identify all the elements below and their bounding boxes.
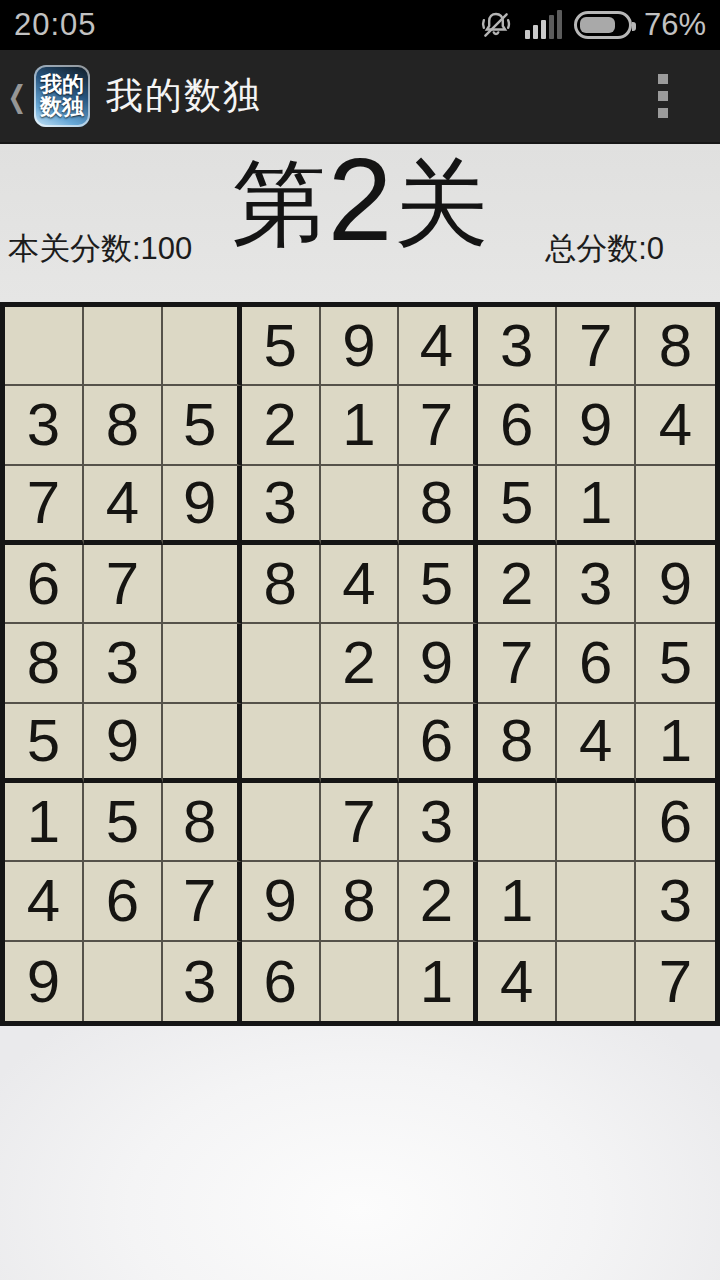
cell-r5c8[interactable]: 6 (557, 624, 636, 703)
app-screen: 20:05 76% ❮ 我的 (0, 0, 720, 1280)
cell-r3c4[interactable]: 3 (242, 466, 321, 545)
cell-r2c3[interactable]: 5 (163, 386, 242, 465)
cell-r7c3[interactable]: 8 (163, 783, 242, 862)
signal-strength-icon (525, 9, 562, 41)
level-number: 2 (328, 142, 393, 258)
cell-r3c5[interactable] (321, 466, 400, 545)
level-title-suffix: 关 (394, 157, 488, 251)
cell-r2c4[interactable]: 2 (242, 386, 321, 465)
cell-r1c3[interactable] (163, 307, 242, 386)
cell-r4c1[interactable]: 6 (5, 545, 84, 624)
status-bar: 20:05 76% (0, 0, 720, 50)
cell-r5c6[interactable]: 9 (399, 624, 478, 703)
cell-r2c7[interactable]: 6 (478, 386, 557, 465)
app-logo-text-bottom: 数独 (40, 96, 84, 118)
cell-r2c5[interactable]: 1 (321, 386, 400, 465)
app-title: 我的数独 (106, 71, 262, 121)
cell-r8c9[interactable]: 3 (636, 862, 715, 941)
cell-r6c9[interactable]: 1 (636, 704, 715, 783)
sudoku-board: 5943783852176947493851678452398329765596… (0, 302, 720, 1026)
cell-r7c4[interactable] (242, 783, 321, 862)
cell-r7c5[interactable]: 7 (321, 783, 400, 862)
app-logo-icon: 我的 数独 (34, 65, 90, 127)
cell-r4c3[interactable] (163, 545, 242, 624)
level-title: 第 2 关 (232, 144, 489, 264)
overflow-dot (658, 108, 668, 118)
cell-r1c6[interactable]: 4 (399, 307, 478, 386)
cell-r9c6[interactable]: 1 (399, 942, 478, 1021)
cell-r9c1[interactable]: 9 (5, 942, 84, 1021)
cell-r8c2[interactable]: 6 (84, 862, 163, 941)
overflow-dot (658, 74, 668, 84)
cell-r1c9[interactable]: 8 (636, 307, 715, 386)
cell-r2c1[interactable]: 3 (5, 386, 84, 465)
overflow-dot (658, 91, 668, 101)
cell-r4c6[interactable]: 5 (399, 545, 478, 624)
cell-r8c6[interactable]: 2 (399, 862, 478, 941)
cell-r2c9[interactable]: 4 (636, 386, 715, 465)
cell-r6c2[interactable]: 9 (84, 704, 163, 783)
cell-r3c1[interactable]: 7 (5, 466, 84, 545)
clock-text: 20:05 (14, 7, 97, 43)
cell-r3c7[interactable]: 5 (478, 466, 557, 545)
cell-r7c8[interactable] (557, 783, 636, 862)
cell-r1c4[interactable]: 5 (242, 307, 321, 386)
app-logo-text-top: 我的 (40, 74, 84, 96)
cell-r2c2[interactable]: 8 (84, 386, 163, 465)
battery-nub (632, 22, 636, 31)
cell-r4c9[interactable]: 9 (636, 545, 715, 624)
cell-r5c4[interactable] (242, 624, 321, 703)
cell-r6c6[interactable]: 6 (399, 704, 478, 783)
cell-r3c3[interactable]: 9 (163, 466, 242, 545)
cell-r6c4[interactable] (242, 704, 321, 783)
cell-r2c8[interactable]: 9 (557, 386, 636, 465)
cell-r8c4[interactable]: 9 (242, 862, 321, 941)
cell-r9c5[interactable] (321, 942, 400, 1021)
cell-r6c7[interactable]: 8 (478, 704, 557, 783)
cell-r8c3[interactable]: 7 (163, 862, 242, 941)
mute-bell-icon (479, 8, 513, 42)
cell-r3c9[interactable] (636, 466, 715, 545)
level-title-prefix: 第 (232, 157, 326, 251)
cell-r7c6[interactable]: 3 (399, 783, 478, 862)
cell-r7c2[interactable]: 5 (84, 783, 163, 862)
cell-r3c6[interactable]: 8 (399, 466, 478, 545)
cell-r5c5[interactable]: 2 (321, 624, 400, 703)
cell-r1c1[interactable] (5, 307, 84, 386)
battery-percent-text: 76% (644, 7, 706, 43)
cell-r9c3[interactable]: 3 (163, 942, 242, 1021)
cell-r5c3[interactable] (163, 624, 242, 703)
cell-r5c1[interactable]: 8 (5, 624, 84, 703)
cell-r9c9[interactable]: 7 (636, 942, 715, 1021)
cell-r6c3[interactable] (163, 704, 242, 783)
cell-r9c8[interactable] (557, 942, 636, 1021)
overflow-menu-button[interactable] (652, 68, 674, 124)
current-level-score: 本关分数:100 (8, 228, 192, 270)
cell-r7c7[interactable] (478, 783, 557, 862)
cell-r5c9[interactable]: 5 (636, 624, 715, 703)
cell-r8c7[interactable]: 1 (478, 862, 557, 941)
cell-r8c1[interactable]: 4 (5, 862, 84, 941)
cell-r8c8[interactable] (557, 862, 636, 941)
cell-r9c4[interactable]: 6 (242, 942, 321, 1021)
cell-r4c8[interactable]: 3 (557, 545, 636, 624)
cell-r1c8[interactable]: 7 (557, 307, 636, 386)
cell-r2c6[interactable]: 7 (399, 386, 478, 465)
app-bar: ❮ 我的 数独 我的数独 (0, 50, 720, 144)
score-header: 第 2 关 本关分数:100 总分数:0 (0, 144, 720, 302)
cell-r6c8[interactable]: 4 (557, 704, 636, 783)
cell-r9c7[interactable]: 4 (478, 942, 557, 1021)
cell-r3c8[interactable]: 1 (557, 466, 636, 545)
cell-r9c2[interactable] (84, 942, 163, 1021)
status-icons: 76% (479, 7, 706, 43)
cell-r4c2[interactable]: 7 (84, 545, 163, 624)
total-score: 总分数:0 (545, 228, 664, 270)
cell-r7c9[interactable]: 6 (636, 783, 715, 862)
cell-r4c7[interactable]: 2 (478, 545, 557, 624)
cell-r5c2[interactable]: 3 (84, 624, 163, 703)
cell-r8c5[interactable]: 8 (321, 862, 400, 941)
cell-r4c5[interactable]: 4 (321, 545, 400, 624)
cell-r5c7[interactable]: 7 (478, 624, 557, 703)
cell-r4c4[interactable]: 8 (242, 545, 321, 624)
cell-r7c1[interactable]: 1 (5, 783, 84, 862)
battery-fill (580, 17, 615, 33)
cell-r6c1[interactable]: 5 (5, 704, 84, 783)
cell-r1c2[interactable] (84, 307, 163, 386)
cell-r3c2[interactable]: 4 (84, 466, 163, 545)
footer-blank-area (0, 1026, 720, 1280)
battery-icon (574, 11, 632, 39)
back-button[interactable]: ❮ (6, 79, 29, 114)
cell-r1c5[interactable]: 9 (321, 307, 400, 386)
cell-r6c5[interactable] (321, 704, 400, 783)
cell-r1c7[interactable]: 3 (478, 307, 557, 386)
